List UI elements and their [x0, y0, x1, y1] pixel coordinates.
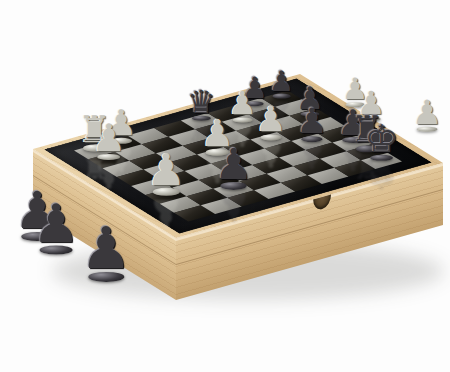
pawn-icon: ♟	[32, 197, 80, 250]
piece-base	[260, 134, 282, 140]
pawn-icon: ♟	[255, 102, 286, 137]
pawn-icon: ♟	[412, 96, 442, 130]
piece-black-pawn-c2[interactable]: ♟♟	[214, 143, 252, 189]
piece-white-pawn-a7[interactable]: ♟♟	[92, 119, 126, 160]
piece-black-pawn-g4[interactable]: ♟♟	[296, 104, 328, 142]
chess-set-scene: ♜♜♟♟♛♛♟♟♟♟♟♟♟♟♟♟♟♟♟♟♟♟♟♟♟♟♟♟♜♜♚♚♟♟♟♟♟♟	[0, 0, 450, 372]
piece-black-pawn-offboard[interactable]: ♟	[80, 220, 132, 282]
piece-white-pawn-f5[interactable]: ♟♟	[255, 103, 286, 141]
pawn-icon: ♟	[92, 119, 126, 157]
piece-white-pawn-a3[interactable]: ♟♟	[146, 148, 185, 195]
pawn-icon: ♟	[146, 148, 185, 192]
piece-black-king-h1[interactable]: ♚♚	[364, 120, 398, 161]
pawn-icon: ♟	[80, 220, 132, 278]
piece-base	[40, 246, 73, 255]
piece-base	[417, 126, 438, 132]
piece-black-pawn-h8[interactable]: ♟♟	[269, 68, 294, 98]
king-icon: ♚	[364, 119, 398, 157]
piece-base	[273, 94, 290, 99]
piece-white-pawn-offboard[interactable]: ♟	[412, 96, 442, 132]
piece-black-pawn-offboard[interactable]: ♟	[32, 198, 80, 255]
piece-base	[301, 136, 323, 142]
piece-base	[88, 272, 124, 282]
pawn-icon: ♟	[269, 68, 294, 96]
pawn-icon: ♟	[215, 143, 253, 186]
pawn-icon: ♟	[296, 104, 327, 139]
